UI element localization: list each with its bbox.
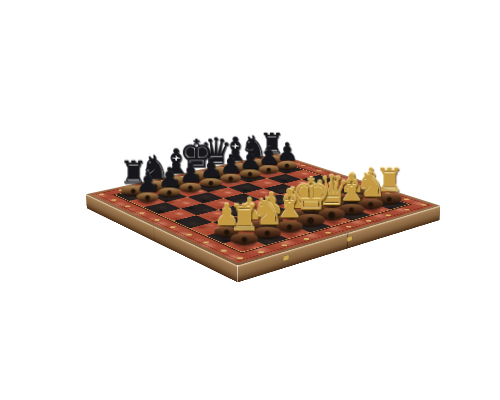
piece-black-pawn: ♟ xyxy=(179,159,203,191)
gold-inlay-motif xyxy=(110,199,116,201)
gold-inlay-motif xyxy=(421,204,426,206)
piece-wooden-base xyxy=(137,192,159,201)
piece-black-pawn: ♟ xyxy=(219,151,242,182)
gold-inlay-motif xyxy=(139,212,145,214)
brass-hinge xyxy=(283,255,288,261)
gold-inlay-motif xyxy=(220,249,227,251)
gold-inlay-motif xyxy=(403,198,408,200)
product-photo-background: ♜♟♟♜♞♟♟♞♝♟♟♝♛♟♟♛♚♟♟♚♝♟♟♝♞♟♟♞♜♟♟♜ xyxy=(0,0,500,400)
piece-black-pawn: ♟ xyxy=(135,168,159,201)
piece-wooden-base xyxy=(220,174,241,183)
piece-black-pawn: ♟ xyxy=(199,155,222,187)
gold-inlay-motif xyxy=(202,241,208,243)
gold-inlay-motif xyxy=(304,238,310,240)
board-border: ♜♟♟♜♞♟♟♞♝♟♟♝♛♟♟♛♚♟♟♚♝♟♟♝♞♟♟♞♜♟♟♜ xyxy=(91,154,434,263)
fold-seam-edge xyxy=(153,226,154,242)
gold-inlay-motif xyxy=(169,226,175,228)
square-h1: ♜ xyxy=(224,237,266,252)
piece-glyph: ♟ xyxy=(135,168,159,195)
piece-glyph: ♟ xyxy=(179,159,203,185)
piece-wooden-base xyxy=(259,165,279,173)
piece-glyph: ♟ xyxy=(199,155,222,181)
piece-wooden-base xyxy=(180,183,201,192)
gold-inlay-motif xyxy=(346,226,352,228)
gold-inlay-motif xyxy=(405,209,410,211)
piece-glyph: ♟ xyxy=(219,151,242,177)
chess-set-scene: ♜♟♟♜♞♟♟♞♝♟♟♝♛♟♟♛♚♟♟♚♝♟♟♝♞♟♟♞♜♟♟♜ xyxy=(134,74,386,326)
piece-black-pawn: ♟ xyxy=(157,164,181,197)
piece-white-rook: ♜ xyxy=(228,200,261,244)
gold-inlay-motif xyxy=(154,219,160,221)
gold-inlay-motif xyxy=(237,257,244,259)
piece-glyph: ♟ xyxy=(157,164,181,191)
gold-inlay-motif xyxy=(124,205,130,207)
piece-wooden-base xyxy=(240,169,261,177)
piece-wooden-base xyxy=(231,233,258,244)
piece-glyph: ♜ xyxy=(228,200,261,236)
gold-inlay-motif xyxy=(366,220,371,222)
gold-inlay-motif xyxy=(301,165,306,166)
piece-wooden-base xyxy=(158,188,180,197)
brass-hinge xyxy=(347,236,352,242)
gold-inlay-motif xyxy=(325,232,331,234)
gold-inlay-motif xyxy=(258,251,264,253)
piece-wooden-base xyxy=(200,178,221,187)
gold-inlay-motif xyxy=(386,214,391,216)
gold-inlay-motif xyxy=(185,233,191,235)
chess-board: ♜♟♟♜♞♟♟♞♝♟♟♝♛♟♟♛♚♟♟♚♝♟♟♝♞♟♟♞♜♟♟♜ xyxy=(86,153,441,266)
gold-inlay-motif xyxy=(281,244,287,246)
